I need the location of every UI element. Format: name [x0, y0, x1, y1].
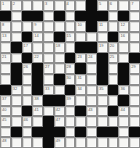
white-cell-r6c12[interactable]: 29 — [129, 63, 140, 74]
white-cell-r2c9[interactable]: 11 — [97, 21, 108, 32]
clue-number: 43 — [88, 107, 92, 112]
black-cell-r7c5 — [54, 74, 65, 85]
clue-number: 4 — [67, 1, 69, 6]
white-cell-r13c0[interactable]: 48 — [0, 137, 11, 148]
white-cell-r8c1[interactable]: 32 — [11, 85, 22, 96]
white-cell-r8c8[interactable] — [86, 85, 97, 96]
black-cell-r12c10 — [108, 127, 119, 138]
clue-number: 9 — [34, 22, 36, 27]
white-cell-r5c0[interactable]: 21 — [0, 53, 11, 64]
black-cell-r1c0 — [0, 11, 11, 22]
white-cell-r9c8[interactable] — [86, 95, 97, 106]
white-cell-r7c12[interactable] — [129, 74, 140, 85]
black-cell-r8c0 — [0, 85, 11, 96]
black-cell-r1c8 — [86, 11, 97, 22]
white-cell-r4c3[interactable] — [32, 42, 43, 53]
clue-number: 23 — [77, 54, 81, 59]
black-cell-r6c1 — [11, 63, 22, 74]
white-cell-r7c6[interactable]: 30 — [65, 74, 76, 85]
black-cell-r3c2 — [22, 32, 33, 43]
black-cell-r4c7 — [75, 42, 86, 53]
white-cell-r1c6[interactable] — [65, 11, 76, 22]
black-cell-r9c11 — [118, 95, 129, 106]
white-cell-r0c1[interactable]: 2 — [11, 0, 22, 11]
white-cell-r0c2[interactable] — [22, 0, 33, 11]
white-cell-r9c0[interactable]: 37 — [0, 95, 11, 106]
white-cell-r13c12[interactable] — [129, 137, 140, 148]
white-cell-r2c0[interactable]: 8 — [0, 21, 11, 32]
white-cell-r9c6[interactable]: 39 — [65, 95, 76, 106]
white-cell-r8c11[interactable]: 36 — [118, 85, 129, 96]
white-cell-r13c1[interactable] — [11, 137, 22, 148]
clue-number: 16 — [120, 33, 124, 38]
white-cell-r11c1[interactable] — [11, 116, 22, 127]
clue-number: 5 — [99, 1, 101, 6]
white-cell-r8c2[interactable] — [22, 85, 33, 96]
black-cell-r7c3 — [32, 74, 43, 85]
clue-number: 27 — [45, 64, 49, 69]
clue-number: 39 — [67, 96, 71, 101]
white-cell-r2c11[interactable]: 12 — [118, 21, 129, 32]
clue-number: 12 — [120, 22, 124, 27]
black-cell-r1c2 — [22, 11, 33, 22]
black-cell-r8c10 — [108, 85, 119, 96]
clue-number: 36 — [120, 86, 124, 91]
white-cell-r4c0[interactable] — [0, 42, 11, 53]
white-cell-r5c3[interactable]: 22 — [32, 53, 43, 64]
white-cell-r4c4[interactable] — [43, 42, 54, 53]
black-cell-r12c5 — [54, 127, 65, 138]
white-cell-r12c11[interactable] — [118, 127, 129, 138]
clue-number: 13 — [2, 33, 6, 38]
black-cell-r7c1 — [11, 74, 22, 85]
white-cell-r7c4[interactable] — [43, 74, 54, 85]
clue-number: 26 — [24, 64, 28, 69]
white-cell-r11c0[interactable]: 45 — [0, 116, 11, 127]
white-cell-r5c5[interactable] — [54, 53, 65, 64]
clue-number: 29 — [131, 64, 135, 69]
white-cell-r1c10[interactable] — [108, 11, 119, 22]
clue-number: 31 — [77, 75, 81, 80]
white-cell-r13c8[interactable] — [86, 137, 97, 148]
white-cell-r3c9[interactable] — [97, 32, 108, 43]
white-cell-r10c5[interactable]: 42 — [54, 106, 65, 117]
clue-number: 37 — [2, 96, 6, 101]
white-cell-r9c12[interactable] — [129, 95, 140, 106]
white-cell-r13c6[interactable] — [65, 137, 76, 148]
white-cell-r0c5[interactable] — [54, 0, 65, 11]
white-cell-r11c5[interactable]: 47 — [54, 116, 65, 127]
black-cell-r1c3 — [32, 11, 43, 22]
black-cell-r5c6 — [65, 53, 76, 64]
black-cell-r12c7 — [75, 127, 86, 138]
black-cell-r6c7 — [75, 63, 86, 74]
black-cell-r7c9 — [97, 74, 108, 85]
white-cell-r6c5[interactable] — [54, 63, 65, 74]
white-cell-r10c11[interactable]: 44 — [118, 106, 129, 117]
white-cell-r5c11[interactable] — [118, 53, 129, 64]
clue-number: 24 — [88, 54, 92, 59]
black-cell-r5c12 — [129, 53, 140, 64]
clue-number: 42 — [56, 107, 60, 112]
white-cell-r11c3[interactable] — [32, 116, 43, 127]
clue-number: 28 — [67, 64, 71, 69]
white-cell-r13c10[interactable] — [108, 137, 119, 148]
black-cell-r3c10 — [108, 32, 119, 43]
white-cell-r12c0[interactable] — [0, 127, 11, 138]
white-cell-r11c12[interactable] — [129, 116, 140, 127]
white-cell-r3c6[interactable]: 15 — [65, 32, 76, 43]
black-cell-r12c4 — [43, 127, 54, 138]
white-cell-r3c1[interactable] — [11, 32, 22, 43]
black-cell-r12c1 — [11, 127, 22, 138]
clue-number: 15 — [67, 33, 71, 38]
white-cell-r6c10[interactable] — [108, 63, 119, 74]
white-cell-r4c6[interactable] — [65, 42, 76, 53]
clue-number: 40 — [2, 107, 6, 112]
white-cell-r7c10[interactable] — [108, 74, 119, 85]
white-cell-r9c3[interactable]: 38 — [32, 95, 43, 106]
white-cell-r11c6[interactable] — [65, 116, 76, 127]
black-cell-r1c7 — [75, 11, 86, 22]
white-cell-r5c8[interactable]: 24 — [86, 53, 97, 64]
black-cell-r1c11 — [118, 11, 129, 22]
white-cell-r2c10[interactable] — [108, 21, 119, 32]
black-cell-r1c9 — [97, 11, 108, 22]
white-cell-r7c0[interactable] — [0, 74, 11, 85]
white-cell-r0c7[interactable] — [75, 0, 86, 11]
white-cell-r2c12[interactable] — [129, 21, 140, 32]
black-cell-r10c10 — [108, 106, 119, 117]
white-cell-r6c6[interactable]: 28 — [65, 63, 76, 74]
white-cell-r1c1[interactable] — [11, 11, 22, 22]
black-cell-r12c12 — [129, 127, 140, 138]
clue-number: 35 — [99, 86, 103, 91]
white-cell-r9c1[interactable] — [11, 95, 22, 106]
white-cell-r0c6[interactable]: 4 — [65, 0, 76, 11]
black-cell-r1c5 — [54, 11, 65, 22]
white-cell-r11c7[interactable] — [75, 116, 86, 127]
black-cell-r7c11 — [118, 74, 129, 85]
white-cell-r0c10[interactable]: 6 — [108, 0, 119, 11]
white-cell-r3c3[interactable]: 14 — [32, 32, 43, 43]
white-cell-r10c4[interactable] — [43, 106, 54, 117]
white-cell-r7c2[interactable] — [22, 74, 33, 85]
clue-number: 21 — [2, 54, 6, 59]
crossword-grid: 1234567891011121314151617181920212223242… — [0, 0, 140, 148]
clue-number: 22 — [34, 54, 38, 59]
white-cell-r9c7[interactable] — [75, 95, 86, 106]
white-cell-r5c4[interactable] — [43, 53, 54, 64]
white-cell-r4c11[interactable] — [118, 42, 129, 53]
white-cell-r10c0[interactable]: 40 — [0, 106, 11, 117]
white-cell-r13c3[interactable] — [32, 137, 43, 148]
white-cell-r11c2[interactable]: 46 — [22, 116, 33, 127]
white-cell-r7c7[interactable]: 31 — [75, 74, 86, 85]
white-cell-r6c8[interactable] — [86, 63, 97, 74]
white-cell-r12c6[interactable] — [65, 127, 76, 138]
white-cell-r3c11[interactable]: 16 — [118, 32, 129, 43]
white-cell-r6c2[interactable]: 26 — [22, 63, 33, 74]
white-cell-r0c0[interactable]: 1 — [0, 0, 11, 11]
black-cell-r4c1 — [11, 42, 22, 53]
white-cell-r3c0[interactable]: 13 — [0, 32, 11, 43]
white-cell-r11c8[interactable] — [86, 116, 97, 127]
white-cell-r5c1[interactable] — [11, 53, 22, 64]
white-cell-r12c2[interactable] — [22, 127, 33, 138]
white-cell-r4c5[interactable]: 18 — [54, 42, 65, 53]
white-cell-r3c8[interactable] — [86, 32, 97, 43]
white-cell-r10c1[interactable] — [11, 106, 22, 117]
white-cell-r8c5[interactable] — [54, 85, 65, 96]
white-cell-r2c3[interactable]: 9 — [32, 21, 43, 32]
white-cell-r3c7[interactable] — [75, 32, 86, 43]
white-cell-r13c9[interactable] — [97, 137, 108, 148]
white-cell-r2c7[interactable]: 10 — [75, 21, 86, 32]
black-cell-r0c8 — [86, 0, 97, 11]
black-cell-r10c2 — [22, 106, 33, 117]
clue-number: 19 — [99, 43, 103, 48]
black-cell-r10c7 — [75, 106, 86, 117]
clue-number: 33 — [45, 86, 49, 91]
white-cell-r10c6[interactable] — [65, 106, 76, 117]
black-cell-r6c11 — [118, 63, 129, 74]
white-cell-r4c9[interactable]: 19 — [97, 42, 108, 53]
clue-number: 18 — [56, 43, 60, 48]
white-cell-r9c2[interactable] — [22, 95, 33, 106]
white-cell-r1c12[interactable] — [129, 11, 140, 22]
white-cell-r5c10[interactable]: 25 — [108, 53, 119, 64]
clue-number: 30 — [67, 75, 71, 80]
white-cell-r9c9[interactable] — [97, 95, 108, 106]
black-cell-r9c5 — [54, 95, 65, 106]
clue-number: 11 — [99, 22, 103, 27]
white-cell-r0c11[interactable] — [118, 0, 129, 11]
clue-number: 2 — [13, 1, 15, 6]
white-cell-r2c6[interactable] — [65, 21, 76, 32]
white-cell-r8c9[interactable]: 35 — [97, 85, 108, 96]
white-cell-r3c4[interactable] — [43, 32, 54, 43]
white-cell-r11c10[interactable] — [108, 116, 119, 127]
white-cell-r13c11[interactable] — [118, 137, 129, 148]
white-cell-r8c7[interactable]: 34 — [75, 85, 86, 96]
white-cell-r7c8[interactable] — [86, 74, 97, 85]
clue-number: 25 — [110, 54, 114, 59]
black-cell-r12c9 — [97, 127, 108, 138]
clue-number: 8 — [2, 22, 4, 27]
clue-number: 49 — [56, 138, 60, 143]
clue-number: 32 — [13, 86, 17, 91]
white-cell-r4c10[interactable]: 20 — [108, 42, 119, 53]
white-cell-r8c4[interactable]: 33 — [43, 85, 54, 96]
white-cell-r13c2[interactable] — [22, 137, 33, 148]
white-cell-r10c12[interactable] — [129, 106, 140, 117]
white-cell-r6c4[interactable]: 27 — [43, 63, 54, 74]
black-cell-r4c8 — [86, 42, 97, 53]
black-cell-r5c2 — [22, 53, 33, 64]
white-cell-r13c7[interactable] — [75, 137, 86, 148]
black-cell-r12c3 — [32, 127, 43, 138]
clue-number: 3 — [45, 1, 47, 6]
white-cell-r10c9[interactable] — [97, 106, 108, 117]
clue-number: 45 — [2, 117, 6, 122]
white-cell-r5c7[interactable]: 23 — [75, 53, 86, 64]
white-cell-r2c4[interactable] — [43, 21, 54, 32]
white-cell-r0c4[interactable]: 3 — [43, 0, 54, 11]
clue-number: 20 — [110, 43, 114, 48]
black-cell-r8c6 — [65, 85, 76, 96]
clue-number: 46 — [24, 117, 28, 122]
black-cell-r3c5 — [54, 32, 65, 43]
black-cell-r2c8 — [86, 21, 97, 32]
white-cell-r10c8[interactable]: 43 — [86, 106, 97, 117]
clue-number: 34 — [77, 86, 81, 91]
clue-number: 48 — [2, 138, 6, 143]
white-cell-r0c9[interactable]: 5 — [97, 0, 108, 11]
black-cell-r11c4 — [43, 116, 54, 127]
white-cell-r12c8[interactable] — [86, 127, 97, 138]
white-cell-r11c11[interactable] — [118, 116, 129, 127]
clue-number: 10 — [77, 22, 81, 27]
white-cell-r2c5[interactable] — [54, 21, 65, 32]
white-cell-r13c5[interactable]: 49 — [54, 137, 65, 148]
black-cell-r5c9 — [97, 53, 108, 64]
black-cell-r13c4 — [43, 137, 54, 148]
white-cell-r9c10[interactable] — [108, 95, 119, 106]
white-cell-r1c4[interactable] — [43, 11, 54, 22]
white-cell-r4c2[interactable]: 17 — [22, 42, 33, 53]
clue-number: 44 — [120, 107, 124, 112]
white-cell-r10c3[interactable]: 41 — [32, 106, 43, 117]
black-cell-r9c4 — [43, 95, 54, 106]
white-cell-r0c3[interactable] — [32, 0, 43, 11]
clue-number: 1 — [2, 1, 4, 6]
clue-number: 14 — [34, 33, 38, 38]
white-cell-r8c12[interactable] — [129, 85, 140, 96]
white-cell-r2c1[interactable] — [11, 21, 22, 32]
clue-number: 6 — [110, 1, 112, 6]
clue-number: 7 — [131, 1, 133, 6]
white-cell-r2c2[interactable] — [22, 21, 33, 32]
clue-number: 41 — [34, 107, 38, 112]
white-cell-r3c12[interactable] — [129, 32, 140, 43]
white-cell-r11c9[interactable] — [97, 116, 108, 127]
black-cell-r6c9 — [97, 63, 108, 74]
black-cell-r8c3 — [32, 85, 43, 96]
white-cell-r6c0[interactable] — [0, 63, 11, 74]
white-cell-r4c12[interactable] — [129, 42, 140, 53]
clue-number: 17 — [24, 43, 28, 48]
white-cell-r0c12[interactable]: 7 — [129, 0, 140, 11]
clue-number: 47 — [56, 117, 60, 122]
black-cell-r6c3 — [32, 63, 43, 74]
clue-number: 38 — [34, 96, 38, 101]
